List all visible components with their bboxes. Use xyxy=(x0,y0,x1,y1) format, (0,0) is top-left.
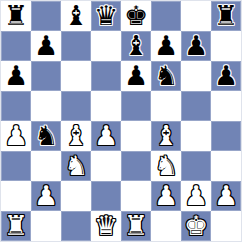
white-pawn[interactable]: ♟ xyxy=(34,182,58,209)
square-c5[interactable] xyxy=(61,91,91,121)
square-f1[interactable] xyxy=(151,211,181,241)
black-rook[interactable]: ♜ xyxy=(214,2,238,29)
white-pawn[interactable]: ♟ xyxy=(4,122,28,149)
square-a6[interactable]: ♟ xyxy=(1,61,31,91)
black-king[interactable]: ♚ xyxy=(124,2,148,29)
square-d5[interactable] xyxy=(91,91,121,121)
square-a5[interactable] xyxy=(1,91,31,121)
square-c4[interactable]: ♝ xyxy=(61,121,91,151)
chess-board: ♜♝♛♚♜♟♝♟♟♟♟♞♟♟♞♝♟♝♞♞♟♟♟♟♜♛♜♚ xyxy=(0,0,242,242)
square-a1[interactable]: ♜ xyxy=(1,211,31,241)
white-queen[interactable]: ♛ xyxy=(94,212,118,239)
square-c8[interactable]: ♝ xyxy=(61,1,91,31)
square-f2[interactable]: ♟ xyxy=(151,181,181,211)
white-bishop[interactable]: ♝ xyxy=(64,122,88,149)
square-g2[interactable]: ♟ xyxy=(181,181,211,211)
white-pawn[interactable]: ♟ xyxy=(184,182,208,209)
black-pawn[interactable]: ♟ xyxy=(184,32,208,59)
white-pawn[interactable]: ♟ xyxy=(154,182,178,209)
square-a8[interactable]: ♜ xyxy=(1,1,31,31)
square-d6[interactable] xyxy=(91,61,121,91)
square-b6[interactable] xyxy=(31,61,61,91)
square-g3[interactable] xyxy=(181,151,211,181)
black-pawn[interactable]: ♟ xyxy=(34,32,58,59)
square-d4[interactable]: ♟ xyxy=(91,121,121,151)
square-f6[interactable]: ♞ xyxy=(151,61,181,91)
square-a2[interactable] xyxy=(1,181,31,211)
square-f4[interactable]: ♝ xyxy=(151,121,181,151)
square-b8[interactable] xyxy=(31,1,61,31)
square-h6[interactable]: ♟ xyxy=(211,61,241,91)
square-e3[interactable] xyxy=(121,151,151,181)
square-g1[interactable]: ♚ xyxy=(181,211,211,241)
square-g8[interactable] xyxy=(181,1,211,31)
square-d7[interactable] xyxy=(91,31,121,61)
square-e4[interactable] xyxy=(121,121,151,151)
white-knight[interactable]: ♞ xyxy=(64,152,88,179)
black-pawn[interactable]: ♟ xyxy=(214,62,238,89)
square-h2[interactable]: ♟ xyxy=(211,181,241,211)
square-c2[interactable] xyxy=(61,181,91,211)
square-c6[interactable] xyxy=(61,61,91,91)
square-b1[interactable] xyxy=(31,211,61,241)
square-g4[interactable] xyxy=(181,121,211,151)
white-knight[interactable]: ♞ xyxy=(154,152,178,179)
square-b4[interactable]: ♞ xyxy=(31,121,61,151)
square-b5[interactable] xyxy=(31,91,61,121)
square-d1[interactable]: ♛ xyxy=(91,211,121,241)
black-queen[interactable]: ♛ xyxy=(94,2,118,29)
square-h8[interactable]: ♜ xyxy=(211,1,241,31)
square-d8[interactable]: ♛ xyxy=(91,1,121,31)
square-b7[interactable]: ♟ xyxy=(31,31,61,61)
black-pawn[interactable]: ♟ xyxy=(154,32,178,59)
square-e7[interactable]: ♝ xyxy=(121,31,151,61)
square-f7[interactable]: ♟ xyxy=(151,31,181,61)
square-c3[interactable]: ♞ xyxy=(61,151,91,181)
square-f8[interactable] xyxy=(151,1,181,31)
square-g7[interactable]: ♟ xyxy=(181,31,211,61)
square-e1[interactable]: ♜ xyxy=(121,211,151,241)
black-bishop[interactable]: ♝ xyxy=(64,2,88,29)
square-h3[interactable] xyxy=(211,151,241,181)
square-e6[interactable]: ♟ xyxy=(121,61,151,91)
square-f3[interactable]: ♞ xyxy=(151,151,181,181)
square-h5[interactable] xyxy=(211,91,241,121)
square-g6[interactable] xyxy=(181,61,211,91)
square-a3[interactable] xyxy=(1,151,31,181)
square-h4[interactable] xyxy=(211,121,241,151)
square-c7[interactable] xyxy=(61,31,91,61)
square-h7[interactable] xyxy=(211,31,241,61)
black-knight[interactable]: ♞ xyxy=(34,122,58,149)
white-pawn[interactable]: ♟ xyxy=(214,182,238,209)
black-knight[interactable]: ♞ xyxy=(154,62,178,89)
white-king[interactable]: ♚ xyxy=(184,212,208,239)
white-rook[interactable]: ♜ xyxy=(4,212,28,239)
white-rook[interactable]: ♜ xyxy=(124,212,148,239)
square-f5[interactable] xyxy=(151,91,181,121)
square-b3[interactable] xyxy=(31,151,61,181)
square-e8[interactable]: ♚ xyxy=(121,1,151,31)
black-pawn[interactable]: ♟ xyxy=(4,62,28,89)
square-d2[interactable] xyxy=(91,181,121,211)
square-c1[interactable] xyxy=(61,211,91,241)
white-pawn[interactable]: ♟ xyxy=(94,122,118,149)
square-d3[interactable] xyxy=(91,151,121,181)
white-bishop[interactable]: ♝ xyxy=(154,122,178,149)
square-g5[interactable] xyxy=(181,91,211,121)
square-e2[interactable] xyxy=(121,181,151,211)
square-e5[interactable] xyxy=(121,91,151,121)
square-h1[interactable] xyxy=(211,211,241,241)
square-a4[interactable]: ♟ xyxy=(1,121,31,151)
black-bishop[interactable]: ♝ xyxy=(124,32,148,59)
black-pawn[interactable]: ♟ xyxy=(124,62,148,89)
black-rook[interactable]: ♜ xyxy=(4,2,28,29)
square-a7[interactable] xyxy=(1,31,31,61)
square-b2[interactable]: ♟ xyxy=(31,181,61,211)
